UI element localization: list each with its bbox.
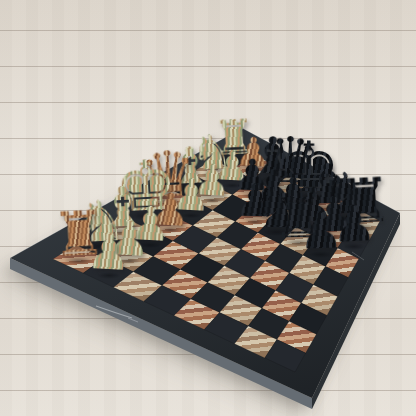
black-pawn-glyph: ♟ xyxy=(297,208,343,257)
chess-scene: ♜♟♝♛♚♝♞♜♞♟♟♟♟♟♟♟♝♟♟♞♜♟♛♟♚♟♝♟♞♟♜♟ xyxy=(0,0,416,416)
pieces-layer: ♜♟♝♛♚♝♞♜♞♟♟♟♟♟♟♟♝♟♟♞♜♟♛♟♚♟♝♟♞♟♜♟ xyxy=(0,0,416,416)
white-pawn-glyph: ♟ xyxy=(85,228,132,278)
